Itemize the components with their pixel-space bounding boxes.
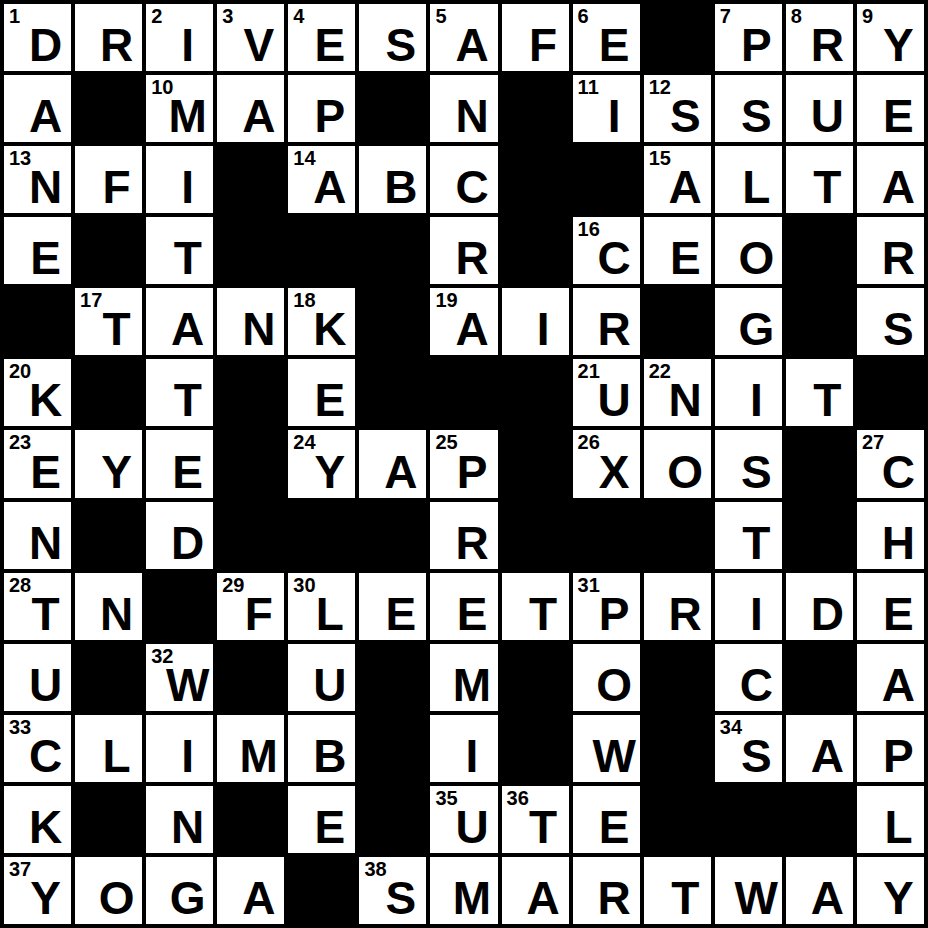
cell-r7c7[interactable]: 25P — [430, 430, 497, 497]
cell-letter: E — [288, 377, 355, 423]
cell-r5c3[interactable]: A — [146, 288, 213, 355]
cell-letter: N — [644, 377, 711, 423]
cell-r2c5[interactable]: P — [288, 75, 355, 142]
cell-letter: R — [573, 306, 640, 352]
block-r3c9 — [573, 146, 640, 213]
cell-r11c12[interactable]: A — [786, 715, 853, 782]
block-r7c4 — [217, 430, 284, 497]
cell-letter: D — [4, 22, 71, 68]
cell-letter: R — [573, 875, 640, 921]
cell-letter: M — [146, 93, 213, 139]
cell-letter: F — [75, 164, 142, 210]
cell-r9c4[interactable]: 29F — [217, 573, 284, 640]
cell-letter: M — [430, 875, 497, 921]
cell-r12c13[interactable]: L — [857, 786, 924, 853]
cell-r1c9[interactable]: 6E — [573, 4, 640, 71]
cell-letter: S — [715, 93, 782, 139]
block-r12c10 — [644, 786, 711, 853]
cell-r8c7[interactable]: R — [430, 502, 497, 569]
block-r10c6 — [359, 644, 426, 711]
cell-r4c10[interactable]: E — [644, 217, 711, 284]
cell-letter: C — [715, 662, 782, 708]
cell-letter: A — [146, 306, 213, 352]
cell-r1c2[interactable]: R — [75, 4, 142, 71]
cell-letter: F — [217, 591, 284, 637]
block-r12c4 — [217, 786, 284, 853]
cell-letter: P — [288, 93, 355, 139]
cell-r8c11[interactable]: T — [715, 502, 782, 569]
block-r3c4 — [217, 146, 284, 213]
block-r8c5 — [288, 502, 355, 569]
cell-letter: E — [644, 235, 711, 281]
cell-r1c11[interactable]: 7P — [715, 4, 782, 71]
cell-r2c1[interactable]: A — [4, 75, 71, 142]
block-r8c8 — [502, 502, 569, 569]
cell-r1c3[interactable]: 2I — [146, 4, 213, 71]
cell-letter: F — [502, 22, 569, 68]
block-r5c10 — [644, 288, 711, 355]
cell-letter: D — [786, 591, 853, 637]
cell-letter: E — [359, 591, 426, 637]
cell-r8c3[interactable]: D — [146, 502, 213, 569]
cell-r13c3[interactable]: G — [146, 857, 213, 924]
block-r9c3 — [146, 573, 213, 640]
cell-r11c5[interactable]: B — [288, 715, 355, 782]
cell-r10c1[interactable]: U — [4, 644, 71, 711]
cell-letter: Y — [857, 22, 924, 68]
cell-r9c10[interactable]: R — [644, 573, 711, 640]
cell-letter: P — [715, 22, 782, 68]
cell-r1c13[interactable]: 9Y — [857, 4, 924, 71]
cell-r1c5[interactable]: 4E — [288, 4, 355, 71]
cell-r9c7[interactable]: E — [430, 573, 497, 640]
block-r4c2 — [75, 217, 142, 284]
block-r6c4 — [217, 359, 284, 426]
cell-letter: L — [288, 591, 355, 637]
cell-r10c13[interactable]: A — [857, 644, 924, 711]
cell-letter: G — [715, 306, 782, 352]
cell-r7c3[interactable]: E — [146, 430, 213, 497]
cell-letter: R — [430, 235, 497, 281]
cell-r13c11[interactable]: W — [715, 857, 782, 924]
cell-r12c7[interactable]: 35U — [430, 786, 497, 853]
cell-r13c7[interactable]: M — [430, 857, 497, 924]
cell-letter: Y — [4, 875, 71, 921]
cell-letter: U — [288, 662, 355, 708]
cell-letter: L — [75, 733, 142, 779]
block-r8c2 — [75, 502, 142, 569]
cell-letter: I — [146, 733, 213, 779]
cell-r9c2[interactable]: N — [75, 573, 142, 640]
cell-letter: T — [644, 875, 711, 921]
block-r1c10 — [644, 4, 711, 71]
cell-letter: P — [857, 733, 924, 779]
cell-letter: D — [146, 520, 213, 566]
cell-r5c11[interactable]: G — [715, 288, 782, 355]
cell-r12c5[interactable]: E — [288, 786, 355, 853]
cell-r6c10[interactable]: 22N — [644, 359, 711, 426]
block-r2c6 — [359, 75, 426, 142]
cell-r6c11[interactable]: I — [715, 359, 782, 426]
cell-r3c10[interactable]: 15A — [644, 146, 711, 213]
block-r4c5 — [288, 217, 355, 284]
cell-letter: I — [146, 22, 213, 68]
block-r12c6 — [359, 786, 426, 853]
block-r11c10 — [644, 715, 711, 782]
cell-r3c3[interactable]: I — [146, 146, 213, 213]
cell-letter: V — [217, 22, 284, 68]
cell-r9c12[interactable]: D — [786, 573, 853, 640]
block-r10c12 — [786, 644, 853, 711]
cell-r3c7[interactable]: C — [430, 146, 497, 213]
cell-letter: O — [573, 662, 640, 708]
cell-letter: X — [573, 449, 640, 495]
cell-r2c10[interactable]: 12S — [644, 75, 711, 142]
block-r11c6 — [359, 715, 426, 782]
cell-letter: T — [502, 591, 569, 637]
cell-r7c2[interactable]: Y — [75, 430, 142, 497]
cell-letter: N — [217, 306, 284, 352]
cell-r9c5[interactable]: 30L — [288, 573, 355, 640]
cell-letter: P — [573, 591, 640, 637]
block-r6c7 — [430, 359, 497, 426]
cell-letter: M — [430, 662, 497, 708]
cell-letter: U — [573, 377, 640, 423]
cell-r2c7[interactable]: N — [430, 75, 497, 142]
cell-r11c3[interactable]: I — [146, 715, 213, 782]
cell-r2c11[interactable]: S — [715, 75, 782, 142]
block-r12c12 — [786, 786, 853, 853]
cell-r6c5[interactable]: E — [288, 359, 355, 426]
crossword-board: 1DR2I3V4ES5AF6E7P8R9YA10MAPN11I12SSUE13N… — [0, 0, 928, 928]
cell-letter: U — [786, 93, 853, 139]
cell-r13c1[interactable]: 37Y — [4, 857, 71, 924]
cell-letter: B — [288, 733, 355, 779]
cell-letter: C — [430, 164, 497, 210]
cell-letter: N — [4, 520, 71, 566]
cell-letter: T — [715, 520, 782, 566]
cell-r6c9[interactable]: 21U — [573, 359, 640, 426]
cell-r11c11[interactable]: 34S — [715, 715, 782, 782]
cell-r3c6[interactable]: B — [359, 146, 426, 213]
block-r4c4 — [217, 217, 284, 284]
cell-r9c13[interactable]: E — [857, 573, 924, 640]
cell-r13c2[interactable]: O — [75, 857, 142, 924]
cell-r3c13[interactable]: A — [857, 146, 924, 213]
cell-r5c9[interactable]: R — [573, 288, 640, 355]
cell-r10c9[interactable]: O — [573, 644, 640, 711]
cell-r3c2[interactable]: F — [75, 146, 142, 213]
cell-letter: U — [430, 804, 497, 850]
cell-r11c4[interactable]: M — [217, 715, 284, 782]
cell-letter: M — [217, 733, 284, 779]
cell-letter: W — [146, 662, 213, 708]
cell-letter: A — [430, 22, 497, 68]
cell-letter: A — [430, 306, 497, 352]
block-r6c2 — [75, 359, 142, 426]
block-r5c12 — [786, 288, 853, 355]
cell-letter: R — [75, 22, 142, 68]
cell-letter: N — [4, 164, 71, 210]
cell-r4c9[interactable]: 16C — [573, 217, 640, 284]
block-r8c9 — [573, 502, 640, 569]
cell-r5c13[interactable]: S — [857, 288, 924, 355]
cell-letter: E — [573, 804, 640, 850]
cell-letter: I — [573, 93, 640, 139]
cell-letter: I — [715, 377, 782, 423]
cell-letter: O — [715, 235, 782, 281]
block-r13c5 — [288, 857, 355, 924]
cell-r10c5[interactable]: U — [288, 644, 355, 711]
cell-r2c9[interactable]: 11I — [573, 75, 640, 142]
cell-letter: S — [857, 306, 924, 352]
cell-letter: W — [573, 733, 640, 779]
cell-r9c8[interactable]: T — [502, 573, 569, 640]
cell-r11c1[interactable]: 33C — [4, 715, 71, 782]
cell-letter: P — [430, 449, 497, 495]
block-r10c8 — [502, 644, 569, 711]
block-r8c4 — [217, 502, 284, 569]
cell-letter: A — [857, 662, 924, 708]
cell-r13c13[interactable]: Y — [857, 857, 924, 924]
block-r8c6 — [359, 502, 426, 569]
block-r12c11 — [715, 786, 782, 853]
cell-r13c8[interactable]: A — [502, 857, 569, 924]
cell-r4c7[interactable]: R — [430, 217, 497, 284]
cell-letter: A — [786, 875, 853, 921]
cell-r7c10[interactable]: O — [644, 430, 711, 497]
cell-r13c4[interactable]: A — [217, 857, 284, 924]
cell-r4c13[interactable]: R — [857, 217, 924, 284]
block-r6c6 — [359, 359, 426, 426]
cell-r13c9[interactable]: R — [573, 857, 640, 924]
cell-letter: A — [857, 164, 924, 210]
block-r2c2 — [75, 75, 142, 142]
cell-r2c12[interactable]: U — [786, 75, 853, 142]
cell-r8c1[interactable]: N — [4, 502, 71, 569]
cell-letter: T — [146, 235, 213, 281]
cell-letter: U — [4, 662, 71, 708]
cell-r5c2[interactable]: 17T — [75, 288, 142, 355]
cell-r2c13[interactable]: E — [857, 75, 924, 142]
cell-r13c6[interactable]: 38S — [359, 857, 426, 924]
cell-letter: T — [502, 804, 569, 850]
cell-letter: A — [217, 93, 284, 139]
cell-letter: S — [715, 733, 782, 779]
block-r5c1 — [4, 288, 71, 355]
cell-r12c8[interactable]: 36T — [502, 786, 569, 853]
block-r12c2 — [75, 786, 142, 853]
cell-letter: S — [715, 449, 782, 495]
cell-letter: T — [786, 377, 853, 423]
cell-letter: A — [786, 733, 853, 779]
cell-letter: H — [857, 520, 924, 566]
cell-letter: T — [786, 164, 853, 210]
cell-r7c11[interactable]: S — [715, 430, 782, 497]
cell-r9c9[interactable]: 31P — [573, 573, 640, 640]
cell-letter: N — [146, 804, 213, 850]
cell-r5c5[interactable]: 18K — [288, 288, 355, 355]
cell-letter: E — [857, 93, 924, 139]
cell-r6c1[interactable]: 20K — [4, 359, 71, 426]
cell-letter: A — [359, 449, 426, 495]
cell-r5c8[interactable]: I — [502, 288, 569, 355]
cell-letter: I — [430, 733, 497, 779]
cell-letter: A — [4, 93, 71, 139]
cell-r7c1[interactable]: 23E — [4, 430, 71, 497]
cell-letter: E — [430, 591, 497, 637]
block-r2c8 — [502, 75, 569, 142]
cell-letter: T — [4, 591, 71, 637]
block-r7c12 — [786, 430, 853, 497]
cell-letter: I — [502, 306, 569, 352]
cell-letter: E — [288, 804, 355, 850]
cell-r5c7[interactable]: 19A — [430, 288, 497, 355]
cell-letter: T — [75, 306, 142, 352]
cell-r2c3[interactable]: 10M — [146, 75, 213, 142]
block-r11c8 — [502, 715, 569, 782]
block-r4c12 — [786, 217, 853, 284]
cell-letter: W — [715, 875, 782, 921]
cell-letter: L — [715, 164, 782, 210]
cell-r1c7[interactable]: 5A — [430, 4, 497, 71]
cell-r1c6[interactable]: S — [359, 4, 426, 71]
cell-r7c13[interactable]: 27C — [857, 430, 924, 497]
cell-letter: R — [644, 591, 711, 637]
block-r10c2 — [75, 644, 142, 711]
cell-r10c7[interactable]: M — [430, 644, 497, 711]
cell-r6c3[interactable]: T — [146, 359, 213, 426]
cell-letter: R — [857, 235, 924, 281]
block-r7c8 — [502, 430, 569, 497]
block-r10c4 — [217, 644, 284, 711]
cell-letter: S — [644, 93, 711, 139]
cell-r9c6[interactable]: E — [359, 573, 426, 640]
cell-letter: K — [4, 377, 71, 423]
cell-letter: O — [644, 449, 711, 495]
cell-letter: O — [75, 875, 142, 921]
block-r4c8 — [502, 217, 569, 284]
cell-letter: L — [857, 804, 924, 850]
cell-letter: E — [4, 449, 71, 495]
block-r10c10 — [644, 644, 711, 711]
cell-letter: E — [288, 22, 355, 68]
cell-r9c1[interactable]: 28T — [4, 573, 71, 640]
cell-r11c9[interactable]: W — [573, 715, 640, 782]
cell-letter: S — [359, 22, 426, 68]
cell-r3c12[interactable]: T — [786, 146, 853, 213]
cell-r9c11[interactable]: I — [715, 573, 782, 640]
cell-letter: C — [857, 449, 924, 495]
cell-r12c9[interactable]: E — [573, 786, 640, 853]
cell-r11c2[interactable]: L — [75, 715, 142, 782]
cell-letter: I — [715, 591, 782, 637]
cell-r4c11[interactable]: O — [715, 217, 782, 284]
cell-r3c11[interactable]: L — [715, 146, 782, 213]
cell-r12c3[interactable]: N — [146, 786, 213, 853]
block-r6c8 — [502, 359, 569, 426]
cell-r13c12[interactable]: A — [786, 857, 853, 924]
cell-letter: E — [857, 591, 924, 637]
cell-letter: B — [359, 164, 426, 210]
cell-letter: E — [573, 22, 640, 68]
cell-letter: N — [430, 93, 497, 139]
cell-letter: T — [146, 377, 213, 423]
cell-r13c10[interactable]: T — [644, 857, 711, 924]
cell-r8c13[interactable]: H — [857, 502, 924, 569]
cell-r7c9[interactable]: 26X — [573, 430, 640, 497]
cell-letter: K — [288, 306, 355, 352]
cell-letter: A — [288, 164, 355, 210]
cell-r1c8[interactable]: F — [502, 4, 569, 71]
cell-letter: S — [359, 875, 426, 921]
cell-letter: N — [75, 591, 142, 637]
cell-r11c7[interactable]: I — [430, 715, 497, 782]
block-r3c8 — [502, 146, 569, 213]
cell-r10c11[interactable]: C — [715, 644, 782, 711]
cell-letter: I — [146, 164, 213, 210]
block-r8c10 — [644, 502, 711, 569]
cell-letter: Y — [288, 449, 355, 495]
block-r4c6 — [359, 217, 426, 284]
block-r8c12 — [786, 502, 853, 569]
block-r6c13 — [857, 359, 924, 426]
cell-r1c4[interactable]: 3V — [217, 4, 284, 71]
cell-r3c5[interactable]: 14A — [288, 146, 355, 213]
cell-letter: R — [430, 520, 497, 566]
cell-letter: K — [4, 804, 71, 850]
cell-r3c1[interactable]: 13N — [4, 146, 71, 213]
cell-letter: Y — [75, 449, 142, 495]
cell-r12c1[interactable]: K — [4, 786, 71, 853]
cell-r1c12[interactable]: 8R — [786, 4, 853, 71]
cell-r7c6[interactable]: A — [359, 430, 426, 497]
cell-letter: A — [502, 875, 569, 921]
cell-r11c13[interactable]: P — [857, 715, 924, 782]
cell-r7c5[interactable]: 24Y — [288, 430, 355, 497]
cell-r4c1[interactable]: E — [4, 217, 71, 284]
block-r5c6 — [359, 288, 426, 355]
cell-r10c3[interactable]: 32W — [146, 644, 213, 711]
cell-r1c1[interactable]: 1D — [4, 4, 71, 71]
cell-r6c12[interactable]: T — [786, 359, 853, 426]
cell-letter: A — [217, 875, 284, 921]
cell-letter: C — [4, 733, 71, 779]
cell-letter: A — [644, 164, 711, 210]
cell-letter: E — [146, 449, 213, 495]
cell-letter: G — [146, 875, 213, 921]
cell-letter: E — [4, 235, 71, 281]
cell-letter: Y — [857, 875, 924, 921]
cell-letter: R — [786, 22, 853, 68]
cell-r2c4[interactable]: A — [217, 75, 284, 142]
cell-r5c4[interactable]: N — [217, 288, 284, 355]
cell-letter: C — [573, 235, 640, 281]
cell-r4c3[interactable]: T — [146, 217, 213, 284]
